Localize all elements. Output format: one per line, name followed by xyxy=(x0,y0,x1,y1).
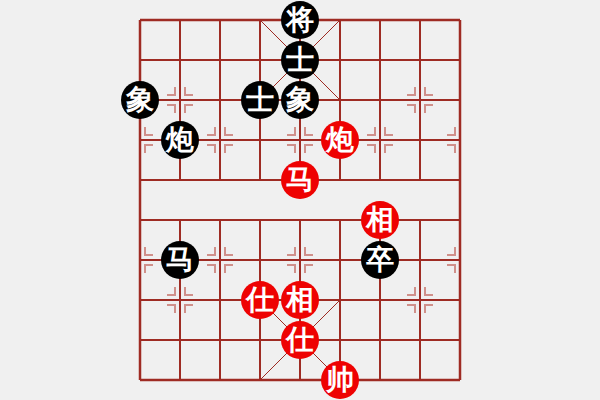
board-point-8-5[interactable] xyxy=(440,200,480,240)
board-point-5-1[interactable] xyxy=(320,40,360,80)
board-point-2-7[interactable] xyxy=(200,280,240,320)
board-point-0-3[interactable] xyxy=(120,120,160,160)
board-point-7-6[interactable] xyxy=(400,240,440,280)
board-point-6-9[interactable] xyxy=(360,360,400,400)
board-point-7-8[interactable] xyxy=(400,320,440,360)
piece-red-advisor-1[interactable]: 仕 xyxy=(241,281,279,319)
board-point-8-1[interactable] xyxy=(440,40,480,80)
board-point-8-4[interactable] xyxy=(440,160,480,200)
board-point-6-3[interactable] xyxy=(360,120,400,160)
board-point-3-6[interactable] xyxy=(240,240,280,280)
board-point-3-9[interactable] xyxy=(240,360,280,400)
piece-black-soldier[interactable]: 卒 xyxy=(361,241,399,279)
board-point-8-8[interactable] xyxy=(440,320,480,360)
board-point-8-3[interactable] xyxy=(440,120,480,160)
board-point-5-5[interactable] xyxy=(320,200,360,240)
board-point-3-0[interactable] xyxy=(240,0,280,40)
board-point-1-8[interactable] xyxy=(160,320,200,360)
piece-black-horse[interactable]: 马 xyxy=(161,241,199,279)
board-point-5-2[interactable] xyxy=(320,80,360,120)
board-point-2-5[interactable] xyxy=(200,200,240,240)
board-point-1-7[interactable] xyxy=(160,280,200,320)
board-point-6-0[interactable] xyxy=(360,0,400,40)
board-point-8-0[interactable] xyxy=(440,0,480,40)
piece-red-elephant-2[interactable]: 相 xyxy=(281,281,319,319)
board-point-6-8[interactable] xyxy=(360,320,400,360)
board-point-1-1[interactable] xyxy=(160,40,200,80)
board-point-7-5[interactable] xyxy=(400,200,440,240)
piece-red-advisor-2[interactable]: 仕 xyxy=(281,321,319,359)
board-point-8-6[interactable] xyxy=(440,240,480,280)
board-point-3-8[interactable] xyxy=(240,320,280,360)
board-point-1-2[interactable] xyxy=(160,80,200,120)
board-point-3-3[interactable] xyxy=(240,120,280,160)
board-point-5-0[interactable] xyxy=(320,0,360,40)
board-point-0-0[interactable] xyxy=(120,0,160,40)
board-point-3-5[interactable] xyxy=(240,200,280,240)
board-point-5-8[interactable] xyxy=(320,320,360,360)
piece-black-advisor-1[interactable]: 士 xyxy=(281,41,319,79)
board-point-8-7[interactable] xyxy=(440,280,480,320)
board-point-6-2[interactable] xyxy=(360,80,400,120)
board-point-6-7[interactable] xyxy=(360,280,400,320)
board-point-2-8[interactable] xyxy=(200,320,240,360)
piece-red-elephant-1[interactable]: 相 xyxy=(361,201,399,239)
board-point-6-4[interactable] xyxy=(360,160,400,200)
board-point-7-0[interactable] xyxy=(400,0,440,40)
board-point-4-6[interactable] xyxy=(280,240,320,280)
board-point-8-2[interactable] xyxy=(440,80,480,120)
board-point-7-3[interactable] xyxy=(400,120,440,160)
board-point-2-2[interactable] xyxy=(200,80,240,120)
board-point-0-4[interactable] xyxy=(120,160,160,200)
piece-black-general[interactable]: 将 xyxy=(281,1,319,39)
board-point-0-1[interactable] xyxy=(120,40,160,80)
board-point-2-1[interactable] xyxy=(200,40,240,80)
board-point-5-6[interactable] xyxy=(320,240,360,280)
board-point-7-1[interactable] xyxy=(400,40,440,80)
board-point-4-3[interactable] xyxy=(280,120,320,160)
board-point-4-5[interactable] xyxy=(280,200,320,240)
board-point-7-7[interactable] xyxy=(400,280,440,320)
board-point-0-9[interactable] xyxy=(120,360,160,400)
piece-black-elephant-1[interactable]: 象 xyxy=(121,81,159,119)
board-point-1-9[interactable] xyxy=(160,360,200,400)
board-point-4-9[interactable] xyxy=(280,360,320,400)
xiangqi-board[interactable]: 将士士象象炮马卒炮马相相仕仕帅 xyxy=(0,0,600,400)
board-point-7-2[interactable] xyxy=(400,80,440,120)
board-point-2-4[interactable] xyxy=(200,160,240,200)
board-point-5-4[interactable] xyxy=(320,160,360,200)
board-point-1-5[interactable] xyxy=(160,200,200,240)
board-point-0-6[interactable] xyxy=(120,240,160,280)
piece-black-advisor-2[interactable]: 士 xyxy=(241,81,279,119)
board-point-7-4[interactable] xyxy=(400,160,440,200)
board-point-1-0[interactable] xyxy=(160,0,200,40)
board-point-3-4[interactable] xyxy=(240,160,280,200)
board-point-2-9[interactable] xyxy=(200,360,240,400)
piece-red-general[interactable]: 帅 xyxy=(321,361,359,399)
piece-black-cannon[interactable]: 炮 xyxy=(161,121,199,159)
piece-red-cannon[interactable]: 炮 xyxy=(321,121,359,159)
board-point-6-1[interactable] xyxy=(360,40,400,80)
board-point-2-3[interactable] xyxy=(200,120,240,160)
board-point-2-0[interactable] xyxy=(200,0,240,40)
board-point-8-9[interactable] xyxy=(440,360,480,400)
board-point-0-8[interactable] xyxy=(120,320,160,360)
board-point-5-7[interactable] xyxy=(320,280,360,320)
board-point-3-1[interactable] xyxy=(240,40,280,80)
board-point-0-5[interactable] xyxy=(120,200,160,240)
piece-black-elephant-2[interactable]: 象 xyxy=(281,81,319,119)
board-point-1-4[interactable] xyxy=(160,160,200,200)
board-point-0-7[interactable] xyxy=(120,280,160,320)
piece-red-horse[interactable]: 马 xyxy=(281,161,319,199)
board-point-2-6[interactable] xyxy=(200,240,240,280)
board-point-7-9[interactable] xyxy=(400,360,440,400)
